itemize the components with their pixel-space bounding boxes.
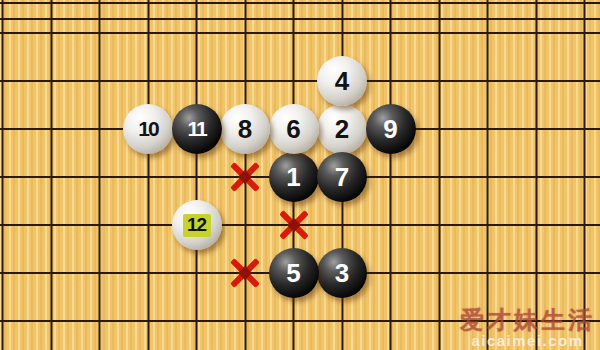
stone-white-move-12[interactable]: 12	[172, 200, 222, 250]
x-mark-3	[228, 256, 262, 290]
x-mark-1	[228, 160, 262, 194]
stone-black-move-5[interactable]: 5	[269, 248, 319, 298]
watermark-chinese-text: 爱才妹生活	[460, 308, 595, 332]
last-move-highlight: 12	[183, 214, 211, 237]
stone-black-move-3[interactable]: 3	[317, 248, 367, 298]
stone-white-move-6[interactable]: 6	[269, 104, 319, 154]
stone-black-move-1[interactable]: 1	[269, 152, 319, 202]
watermark: 爱才妹生活 aicaimei.com	[460, 308, 595, 348]
board-top-border-line	[0, 2, 600, 4]
stone-white-move-2[interactable]: 2	[317, 104, 367, 154]
go-board[interactable]: 爱才妹生活 aicaimei.com 123456789101112	[0, 0, 600, 350]
x-mark-2	[277, 208, 311, 242]
stone-white-move-10[interactable]: 10	[123, 104, 173, 154]
stone-black-move-9[interactable]: 9	[366, 104, 416, 154]
stone-black-move-7[interactable]: 7	[317, 152, 367, 202]
stone-black-move-11[interactable]: 11	[172, 104, 222, 154]
stone-white-move-4[interactable]: 4	[317, 56, 367, 106]
watermark-site-url: aicaimei.com	[460, 333, 595, 348]
stone-white-move-8[interactable]: 8	[220, 104, 270, 154]
